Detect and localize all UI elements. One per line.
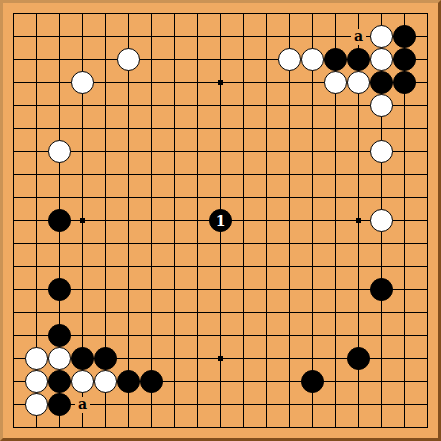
white-stone[interactable] <box>301 48 324 71</box>
black-stone[interactable] <box>48 370 71 393</box>
move-number-label: 1 <box>216 214 226 228</box>
black-stone[interactable]: 1 <box>209 209 232 232</box>
white-stone[interactable] <box>370 25 393 48</box>
white-stone[interactable] <box>94 370 117 393</box>
point-label-a: a <box>351 29 366 45</box>
black-stone[interactable] <box>301 370 324 393</box>
black-stone[interactable] <box>94 347 117 370</box>
black-stone[interactable] <box>48 393 71 416</box>
white-stone[interactable] <box>347 71 370 94</box>
black-stone[interactable] <box>71 347 94 370</box>
black-stone[interactable] <box>140 370 163 393</box>
point-label-a: a <box>75 397 90 413</box>
black-stone[interactable] <box>347 347 370 370</box>
white-stone[interactable] <box>48 347 71 370</box>
black-stone[interactable] <box>347 48 370 71</box>
black-stone[interactable] <box>393 71 416 94</box>
white-stone[interactable] <box>324 71 347 94</box>
white-stone[interactable] <box>117 48 140 71</box>
star-point <box>218 80 223 85</box>
white-stone[interactable] <box>370 209 393 232</box>
black-stone[interactable] <box>393 48 416 71</box>
black-stone[interactable] <box>117 370 140 393</box>
black-stone[interactable] <box>370 71 393 94</box>
white-stone[interactable] <box>71 370 94 393</box>
white-stone[interactable] <box>370 94 393 117</box>
white-stone[interactable] <box>25 393 48 416</box>
go-board[interactable]: 1aa <box>0 0 441 441</box>
black-stone[interactable] <box>324 48 347 71</box>
black-stone[interactable] <box>48 209 71 232</box>
black-stone[interactable] <box>48 324 71 347</box>
white-stone[interactable] <box>370 48 393 71</box>
black-stone[interactable] <box>393 25 416 48</box>
black-stone[interactable] <box>48 278 71 301</box>
white-stone[interactable] <box>71 71 94 94</box>
white-stone[interactable] <box>278 48 301 71</box>
star-point <box>356 218 361 223</box>
white-stone[interactable] <box>25 347 48 370</box>
white-stone[interactable] <box>25 370 48 393</box>
white-stone[interactable] <box>370 140 393 163</box>
white-stone[interactable] <box>48 140 71 163</box>
star-point <box>218 356 223 361</box>
black-stone[interactable] <box>370 278 393 301</box>
star-point <box>80 218 85 223</box>
